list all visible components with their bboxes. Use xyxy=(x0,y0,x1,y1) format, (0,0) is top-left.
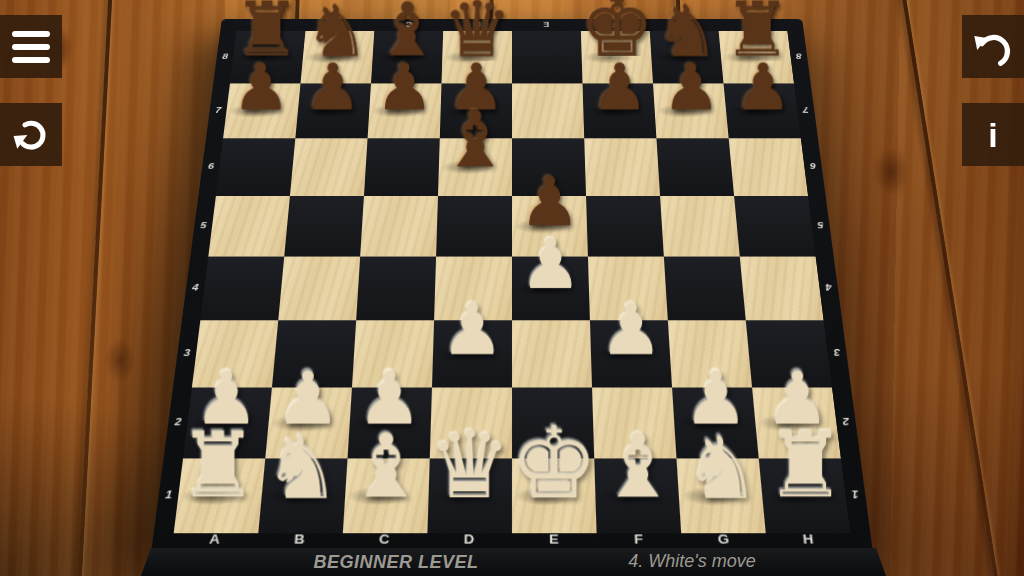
rank-label-left-6: 6 xyxy=(202,162,220,171)
menu-button[interactable] xyxy=(0,15,62,78)
square-a5[interactable] xyxy=(208,196,290,257)
chess-board: AABBCCDDEEFFGGHH1122334455667788♜♞♝♛♚♞♜♟… xyxy=(150,19,873,558)
move-status-label: 4. White's move xyxy=(628,551,755,572)
square-c6[interactable] xyxy=(364,138,440,196)
rank-label-right-5: 5 xyxy=(811,220,830,230)
hamburger-menu-icon xyxy=(12,31,50,63)
square-b6[interactable] xyxy=(290,138,368,196)
file-label-bottom-C: C xyxy=(342,531,427,546)
piece-white-pawn-d3[interactable]: ♟ xyxy=(425,294,519,365)
square-b4[interactable] xyxy=(278,257,360,321)
file-label-bottom-F: F xyxy=(597,531,682,546)
restart-rotate-icon xyxy=(9,113,53,157)
square-e8[interactable] xyxy=(512,31,583,83)
info-icon: i xyxy=(988,118,997,152)
board-scene: AABBCCDDEEFFGGHH1122334455667788♜♞♝♛♚♞♜♟… xyxy=(0,0,1024,576)
difficulty-level-label: BEGINNER LEVEL xyxy=(313,551,478,573)
info-button[interactable]: i xyxy=(962,103,1024,166)
file-label-bottom-B: B xyxy=(257,531,343,546)
board-front-edge: BEGINNER LEVEL 4. White's move xyxy=(0,548,1024,576)
square-f5[interactable] xyxy=(586,196,664,257)
square-b5[interactable] xyxy=(284,196,364,257)
square-g5[interactable] xyxy=(660,196,740,257)
piece-black-bishop-d6[interactable]: ♝ xyxy=(432,101,519,178)
square-h5[interactable] xyxy=(734,196,816,257)
file-label-top-E: E xyxy=(512,20,581,27)
piece-white-rook-h1[interactable]: ♜ xyxy=(756,421,855,512)
rank-label-right-3: 3 xyxy=(827,347,847,358)
file-label-bottom-D: D xyxy=(427,531,512,546)
undo-arrow-icon xyxy=(970,24,1016,70)
rank-label-left-4: 4 xyxy=(186,282,206,292)
piece-white-pawn-f3[interactable]: ♟ xyxy=(584,294,678,365)
rank-label-right-6: 6 xyxy=(804,162,822,171)
square-c4[interactable] xyxy=(356,257,436,321)
piece-white-king-e1[interactable]: ♚ xyxy=(504,413,603,512)
restart-button[interactable] xyxy=(0,103,62,166)
square-d5[interactable] xyxy=(436,196,512,257)
undo-button[interactable] xyxy=(962,15,1024,78)
square-c5[interactable] xyxy=(360,196,438,257)
file-label-bottom-A: A xyxy=(172,531,258,546)
square-a6[interactable] xyxy=(216,138,295,196)
square-h4[interactable] xyxy=(740,257,824,321)
file-label-bottom-H: H xyxy=(766,531,852,546)
square-f6[interactable] xyxy=(584,138,660,196)
file-label-bottom-G: G xyxy=(681,531,767,546)
piece-white-pawn-e4[interactable]: ♟ xyxy=(505,230,597,299)
rank-label-right-4: 4 xyxy=(819,282,839,292)
square-a4[interactable] xyxy=(200,257,284,321)
piece-black-pawn-h7[interactable]: ♟ xyxy=(720,56,805,120)
square-e3[interactable] xyxy=(512,320,592,387)
file-label-bottom-E: E xyxy=(512,531,597,546)
rank-label-left-5: 5 xyxy=(194,220,213,230)
square-e7[interactable] xyxy=(512,83,584,138)
square-h6[interactable] xyxy=(729,138,808,196)
square-g6[interactable] xyxy=(656,138,734,196)
